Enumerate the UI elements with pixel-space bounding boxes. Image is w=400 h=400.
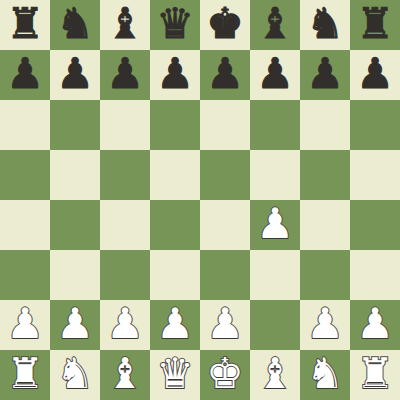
- black-pawn-b7[interactable]: ♟: [56, 49, 94, 99]
- white-bishop-f1[interactable]: ♝: [256, 349, 294, 399]
- square-d2[interactable]: ♟: [150, 300, 200, 350]
- square-b6[interactable]: [50, 100, 100, 150]
- black-bishop-f8[interactable]: ♝: [256, 0, 294, 49]
- square-d6[interactable]: [150, 100, 200, 150]
- white-pawn-e2[interactable]: ♟: [206, 299, 244, 349]
- square-g6[interactable]: [300, 100, 350, 150]
- white-knight-g1[interactable]: ♞: [306, 349, 344, 399]
- square-f3[interactable]: [250, 250, 300, 300]
- square-e1[interactable]: ♚: [200, 350, 250, 400]
- square-e4[interactable]: [200, 200, 250, 250]
- square-f5[interactable]: [250, 150, 300, 200]
- square-h2[interactable]: ♟: [350, 300, 400, 350]
- black-queen-d8[interactable]: ♛: [156, 0, 194, 49]
- square-b3[interactable]: [50, 250, 100, 300]
- square-d7[interactable]: ♟: [150, 50, 200, 100]
- square-a6[interactable]: [0, 100, 50, 150]
- square-b7[interactable]: ♟: [50, 50, 100, 100]
- square-b5[interactable]: [50, 150, 100, 200]
- square-h4[interactable]: [350, 200, 400, 250]
- square-a5[interactable]: [0, 150, 50, 200]
- square-g3[interactable]: [300, 250, 350, 300]
- square-f1[interactable]: ♝: [250, 350, 300, 400]
- black-knight-g8[interactable]: ♞: [306, 0, 344, 49]
- square-c3[interactable]: [100, 250, 150, 300]
- square-c7[interactable]: ♟: [100, 50, 150, 100]
- black-pawn-e7[interactable]: ♟: [206, 49, 244, 99]
- square-d8[interactable]: ♛: [150, 0, 200, 50]
- square-e6[interactable]: [200, 100, 250, 150]
- square-b2[interactable]: ♟: [50, 300, 100, 350]
- black-pawn-g7[interactable]: ♟: [306, 49, 344, 99]
- white-pawn-c2[interactable]: ♟: [106, 299, 144, 349]
- square-b4[interactable]: [50, 200, 100, 250]
- square-d3[interactable]: [150, 250, 200, 300]
- square-e7[interactable]: ♟: [200, 50, 250, 100]
- square-g5[interactable]: [300, 150, 350, 200]
- square-g4[interactable]: [300, 200, 350, 250]
- square-a3[interactable]: [0, 250, 50, 300]
- black-bishop-c8[interactable]: ♝: [106, 0, 144, 49]
- square-d5[interactable]: [150, 150, 200, 200]
- chess-board: ♜♞♝♛♚♝♞♜♟♟♟♟♟♟♟♟♟♟♟♟♟♟♟♟♜♞♝♛♚♝♞♜: [0, 0, 400, 400]
- square-f8[interactable]: ♝: [250, 0, 300, 50]
- square-c6[interactable]: [100, 100, 150, 150]
- square-f6[interactable]: [250, 100, 300, 150]
- square-g8[interactable]: ♞: [300, 0, 350, 50]
- black-pawn-f7[interactable]: ♟: [256, 49, 294, 99]
- white-pawn-h2[interactable]: ♟: [356, 299, 394, 349]
- square-e8[interactable]: ♚: [200, 0, 250, 50]
- square-b8[interactable]: ♞: [50, 0, 100, 50]
- black-rook-a8[interactable]: ♜: [6, 0, 44, 49]
- square-b1[interactable]: ♞: [50, 350, 100, 400]
- square-h5[interactable]: [350, 150, 400, 200]
- black-pawn-d7[interactable]: ♟: [156, 49, 194, 99]
- square-h6[interactable]: [350, 100, 400, 150]
- square-d1[interactable]: ♛: [150, 350, 200, 400]
- square-a7[interactable]: ♟: [0, 50, 50, 100]
- black-knight-b8[interactable]: ♞: [56, 0, 94, 49]
- square-c8[interactable]: ♝: [100, 0, 150, 50]
- white-pawn-b2[interactable]: ♟: [56, 299, 94, 349]
- square-e2[interactable]: ♟: [200, 300, 250, 350]
- square-h7[interactable]: ♟: [350, 50, 400, 100]
- white-pawn-g2[interactable]: ♟: [306, 299, 344, 349]
- white-knight-b1[interactable]: ♞: [56, 349, 94, 399]
- square-f4[interactable]: ♟: [250, 200, 300, 250]
- white-pawn-f4[interactable]: ♟: [256, 199, 294, 249]
- white-rook-a1[interactable]: ♜: [6, 349, 44, 399]
- black-king-e8[interactable]: ♚: [206, 0, 244, 49]
- square-c4[interactable]: [100, 200, 150, 250]
- black-pawn-a7[interactable]: ♟: [6, 49, 44, 99]
- square-a8[interactable]: ♜: [0, 0, 50, 50]
- square-e5[interactable]: [200, 150, 250, 200]
- white-queen-d1[interactable]: ♛: [156, 349, 194, 399]
- square-c2[interactable]: ♟: [100, 300, 150, 350]
- square-a1[interactable]: ♜: [0, 350, 50, 400]
- square-f2[interactable]: [250, 300, 300, 350]
- black-pawn-h7[interactable]: ♟: [356, 49, 394, 99]
- square-g7[interactable]: ♟: [300, 50, 350, 100]
- square-a2[interactable]: ♟: [0, 300, 50, 350]
- white-king-e1[interactable]: ♚: [206, 349, 244, 399]
- square-a4[interactable]: [0, 200, 50, 250]
- square-h3[interactable]: [350, 250, 400, 300]
- square-c1[interactable]: ♝: [100, 350, 150, 400]
- white-bishop-c1[interactable]: ♝: [106, 349, 144, 399]
- black-pawn-c7[interactable]: ♟: [106, 49, 144, 99]
- white-rook-h1[interactable]: ♜: [356, 349, 394, 399]
- square-h8[interactable]: ♜: [350, 0, 400, 50]
- square-h1[interactable]: ♜: [350, 350, 400, 400]
- square-c5[interactable]: [100, 150, 150, 200]
- black-rook-h8[interactable]: ♜: [356, 0, 394, 49]
- white-pawn-d2[interactable]: ♟: [156, 299, 194, 349]
- square-e3[interactable]: [200, 250, 250, 300]
- square-g2[interactable]: ♟: [300, 300, 350, 350]
- square-g1[interactable]: ♞: [300, 350, 350, 400]
- square-d4[interactable]: [150, 200, 200, 250]
- white-pawn-a2[interactable]: ♟: [6, 299, 44, 349]
- square-f7[interactable]: ♟: [250, 50, 300, 100]
